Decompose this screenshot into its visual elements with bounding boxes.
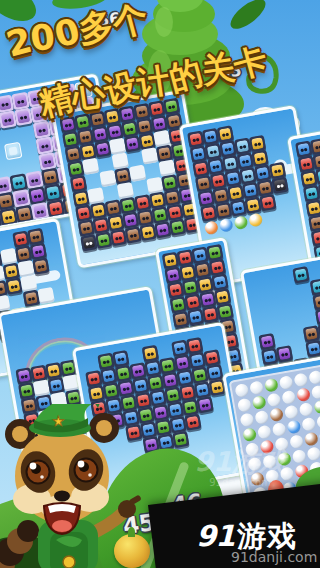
site-url[interactable]: 91danji.com <box>231 549 317 565</box>
tile-cell <box>310 278 320 295</box>
board-grid <box>59 98 201 252</box>
board-grid <box>187 115 309 237</box>
tile-cell <box>310 138 320 155</box>
tile-cell <box>311 229 320 246</box>
site-logo-91: 91 <box>196 519 234 553</box>
tile-cell <box>308 214 320 231</box>
tile-cell <box>310 383 320 400</box>
site-logo-text: 游戏 <box>237 519 297 553</box>
svg-text:★: ★ <box>52 413 65 429</box>
promo-screen: 56 55 46 45 4 200多个 精心设计的关卡 <box>0 0 320 568</box>
tile-cell <box>312 293 320 310</box>
tile-cell <box>312 398 320 415</box>
raccoon-mascot: ★ <box>0 404 154 568</box>
